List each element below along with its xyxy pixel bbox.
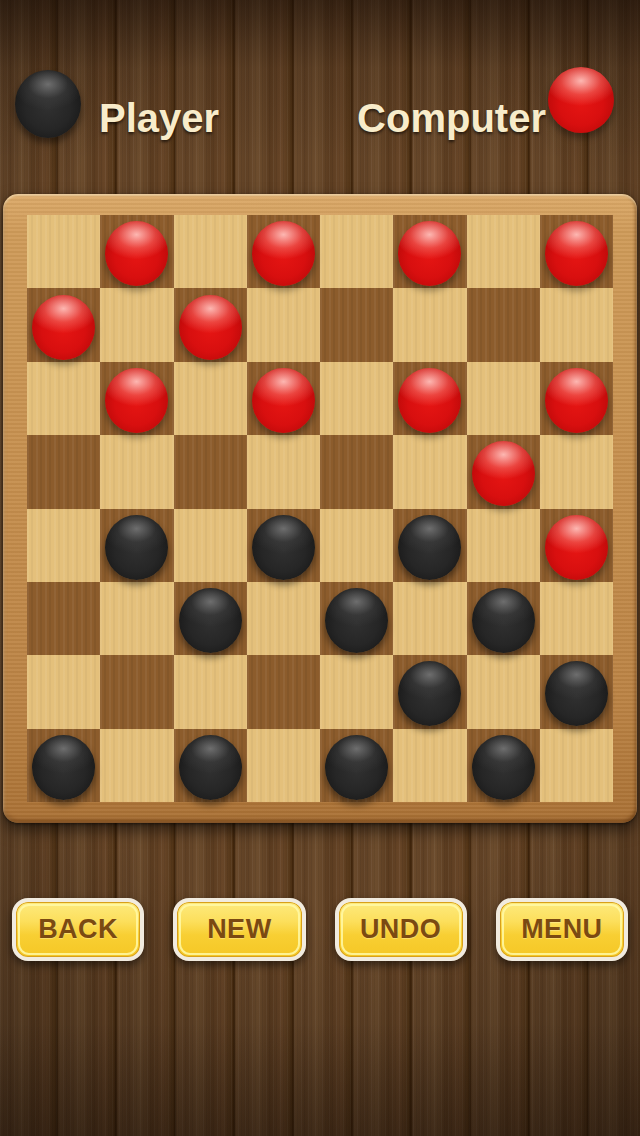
- square-r0c7[interactable]: [540, 215, 613, 288]
- square-r2c1[interactable]: [100, 362, 173, 435]
- black-checker-piece[interactable]: [179, 735, 242, 800]
- square-r1c6[interactable]: [467, 288, 540, 361]
- black-checker-piece[interactable]: [398, 661, 461, 726]
- red-checker-piece[interactable]: [545, 221, 608, 286]
- square-r3c3: [247, 435, 320, 508]
- toolbar: BACK NEW UNDO MENU: [0, 898, 640, 961]
- square-r3c4[interactable]: [320, 435, 393, 508]
- square-r2c4: [320, 362, 393, 435]
- app-screen: Player Computer BACK NEW UNDO MENU: [0, 0, 640, 1136]
- player-label: Player: [99, 98, 219, 138]
- black-checker-piece[interactable]: [545, 661, 608, 726]
- square-r6c2: [174, 655, 247, 728]
- black-checker-piece[interactable]: [472, 735, 535, 800]
- computer-label: Computer: [357, 98, 546, 138]
- black-checker-piece[interactable]: [325, 735, 388, 800]
- red-checker-piece[interactable]: [545, 515, 608, 580]
- square-r7c2[interactable]: [174, 729, 247, 802]
- black-checker-piece[interactable]: [179, 588, 242, 653]
- square-r7c7: [540, 729, 613, 802]
- square-r7c0[interactable]: [27, 729, 100, 802]
- square-r6c4: [320, 655, 393, 728]
- computer-piece-indicator: [548, 67, 614, 133]
- red-checker-piece[interactable]: [252, 368, 315, 433]
- square-r3c5: [393, 435, 466, 508]
- square-r0c3[interactable]: [247, 215, 320, 288]
- red-checker-piece[interactable]: [398, 221, 461, 286]
- red-checker-piece[interactable]: [472, 441, 535, 506]
- checkers-board: [27, 215, 613, 802]
- red-checker-piece[interactable]: [398, 368, 461, 433]
- undo-button[interactable]: UNDO: [335, 898, 467, 961]
- square-r5c5: [393, 582, 466, 655]
- black-checker-piece[interactable]: [325, 588, 388, 653]
- square-r4c1[interactable]: [100, 509, 173, 582]
- red-checker-piece[interactable]: [545, 368, 608, 433]
- square-r2c0: [27, 362, 100, 435]
- square-r6c5[interactable]: [393, 655, 466, 728]
- square-r4c6: [467, 509, 540, 582]
- square-r0c4: [320, 215, 393, 288]
- square-r4c7[interactable]: [540, 509, 613, 582]
- black-checker-piece[interactable]: [32, 735, 95, 800]
- square-r6c0: [27, 655, 100, 728]
- square-r2c7[interactable]: [540, 362, 613, 435]
- square-r7c1: [100, 729, 173, 802]
- square-r7c5: [393, 729, 466, 802]
- square-r4c0: [27, 509, 100, 582]
- square-r3c6[interactable]: [467, 435, 540, 508]
- square-r3c2[interactable]: [174, 435, 247, 508]
- black-checker-piece[interactable]: [252, 515, 315, 580]
- square-r0c0: [27, 215, 100, 288]
- black-checker-piece[interactable]: [398, 515, 461, 580]
- square-r1c3: [247, 288, 320, 361]
- square-r7c4[interactable]: [320, 729, 393, 802]
- red-checker-piece[interactable]: [32, 295, 95, 360]
- square-r0c6: [467, 215, 540, 288]
- square-r4c3[interactable]: [247, 509, 320, 582]
- square-r5c1: [100, 582, 173, 655]
- red-checker-piece[interactable]: [105, 221, 168, 286]
- checkers-board-frame: [3, 194, 637, 823]
- square-r2c3[interactable]: [247, 362, 320, 435]
- square-r5c4[interactable]: [320, 582, 393, 655]
- square-r1c5: [393, 288, 466, 361]
- square-r1c4[interactable]: [320, 288, 393, 361]
- square-r0c2: [174, 215, 247, 288]
- red-checker-piece[interactable]: [105, 368, 168, 433]
- square-r6c3[interactable]: [247, 655, 320, 728]
- black-checker-piece[interactable]: [105, 515, 168, 580]
- square-r6c6: [467, 655, 540, 728]
- new-button[interactable]: NEW: [173, 898, 305, 961]
- square-r4c2: [174, 509, 247, 582]
- square-r5c3: [247, 582, 320, 655]
- square-r1c2[interactable]: [174, 288, 247, 361]
- square-r3c7: [540, 435, 613, 508]
- square-r2c2: [174, 362, 247, 435]
- red-checker-piece[interactable]: [252, 221, 315, 286]
- square-r3c0[interactable]: [27, 435, 100, 508]
- square-r5c6[interactable]: [467, 582, 540, 655]
- square-r6c1[interactable]: [100, 655, 173, 728]
- black-checker-piece[interactable]: [472, 588, 535, 653]
- square-r4c5[interactable]: [393, 509, 466, 582]
- square-r5c7: [540, 582, 613, 655]
- square-r4c4: [320, 509, 393, 582]
- back-button[interactable]: BACK: [12, 898, 144, 961]
- square-r1c7: [540, 288, 613, 361]
- square-r5c2[interactable]: [174, 582, 247, 655]
- square-r5c0[interactable]: [27, 582, 100, 655]
- square-r7c3: [247, 729, 320, 802]
- square-r7c6[interactable]: [467, 729, 540, 802]
- square-r1c1: [100, 288, 173, 361]
- square-r1c0[interactable]: [27, 288, 100, 361]
- square-r2c5[interactable]: [393, 362, 466, 435]
- menu-button[interactable]: MENU: [496, 898, 628, 961]
- player-turn-indicator-piece: [15, 70, 81, 138]
- red-checker-piece[interactable]: [179, 295, 242, 360]
- square-r3c1: [100, 435, 173, 508]
- square-r2c6: [467, 362, 540, 435]
- square-r0c5[interactable]: [393, 215, 466, 288]
- square-r0c1[interactable]: [100, 215, 173, 288]
- square-r6c7[interactable]: [540, 655, 613, 728]
